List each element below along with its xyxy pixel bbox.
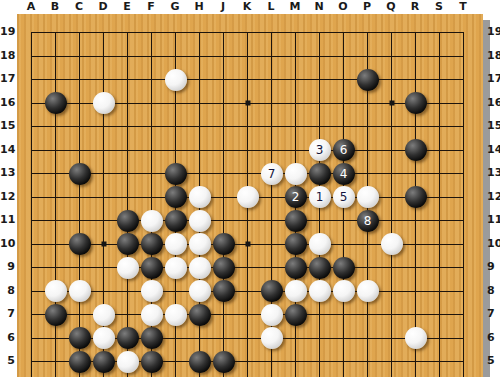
- stone-black-C5[interactable]: [69, 351, 91, 373]
- move-number: 1: [316, 191, 324, 203]
- row-label-right-6: 6: [487, 332, 500, 344]
- row-label-right-15: 15: [487, 120, 500, 132]
- row-label-left-15: 15: [0, 120, 15, 132]
- stone-black-B7[interactable]: [45, 304, 67, 326]
- stone-white-O8[interactable]: [333, 280, 355, 302]
- column-label-L: L: [267, 0, 274, 13]
- stone-white-F7[interactable]: [141, 304, 163, 326]
- grid-line-horizontal: [31, 173, 464, 174]
- row-label-right-5: 5: [487, 355, 500, 367]
- stone-black-R16[interactable]: [405, 92, 427, 114]
- stone-black-O9[interactable]: [333, 257, 355, 279]
- go-board[interactable]: 26487315: [17, 14, 483, 377]
- row-label-left-16: 16: [0, 97, 15, 109]
- stone-black-E6[interactable]: [117, 327, 139, 349]
- stone-white-G17[interactable]: [165, 69, 187, 91]
- row-label-right-12: 12: [487, 191, 500, 203]
- stone-black-J9[interactable]: [213, 257, 235, 279]
- column-label-D: D: [98, 0, 107, 13]
- stone-black-P17[interactable]: [357, 69, 379, 91]
- stone-black-N13[interactable]: [309, 163, 331, 185]
- grid-line-horizontal: [31, 126, 464, 127]
- move-number: 3: [316, 144, 324, 156]
- stone-black-F5[interactable]: [141, 351, 163, 373]
- stone-white-L7[interactable]: [261, 304, 283, 326]
- column-label-M: M: [290, 0, 301, 13]
- stone-white-H10[interactable]: [189, 233, 211, 255]
- grid-line-horizontal: [31, 267, 464, 268]
- row-label-left-19: 19: [0, 26, 15, 38]
- row-label-right-16: 16: [487, 97, 500, 109]
- stone-white-G9[interactable]: [165, 257, 187, 279]
- stone-black-E10[interactable]: [117, 233, 139, 255]
- move-number: 4: [340, 168, 348, 180]
- column-label-T: T: [459, 0, 467, 13]
- stone-white-L6[interactable]: [261, 327, 283, 349]
- row-label-left-6: 6: [0, 332, 15, 344]
- stone-black-F6[interactable]: [141, 327, 163, 349]
- row-label-right-10: 10: [487, 238, 500, 250]
- row-label-right-14: 14: [487, 144, 500, 156]
- row-label-left-5: 5: [0, 355, 15, 367]
- stone-white-N8[interactable]: [309, 280, 331, 302]
- stone-black-E11[interactable]: [117, 210, 139, 232]
- stone-black-M11[interactable]: [285, 210, 307, 232]
- grid-line-horizontal: [31, 79, 464, 80]
- row-label-right-9: 9: [487, 261, 500, 273]
- grid-line-vertical: [439, 32, 440, 377]
- column-label-B: B: [51, 0, 59, 13]
- stone-black-C10[interactable]: [69, 233, 91, 255]
- column-label-F: F: [147, 0, 155, 13]
- stone-white-K12[interactable]: [237, 186, 259, 208]
- grid-line-horizontal: [31, 56, 464, 57]
- grid-line-vertical: [463, 32, 464, 377]
- stone-white-G10[interactable]: [165, 233, 187, 255]
- stone-white-B8[interactable]: [45, 280, 67, 302]
- row-label-left-10: 10: [0, 238, 15, 250]
- stone-white-H12[interactable]: [189, 186, 211, 208]
- row-label-left-17: 17: [0, 73, 15, 85]
- column-label-E: E: [123, 0, 131, 13]
- stone-black-C6[interactable]: [69, 327, 91, 349]
- stone-white-E5[interactable]: [117, 351, 139, 373]
- row-label-right-7: 7: [487, 308, 500, 320]
- stone-white-H9[interactable]: [189, 257, 211, 279]
- move-number: 6: [340, 144, 348, 156]
- stone-black-M9[interactable]: [285, 257, 307, 279]
- stone-white-Q10[interactable]: [381, 233, 403, 255]
- stone-black-G13[interactable]: [165, 163, 187, 185]
- star-point: [389, 101, 394, 106]
- column-label-J: J: [221, 0, 225, 13]
- stone-white-M13[interactable]: [285, 163, 307, 185]
- stone-black-R14[interactable]: [405, 139, 427, 161]
- grid-line-vertical: [79, 32, 80, 377]
- row-label-right-13: 13: [487, 167, 500, 179]
- star-point: [101, 242, 106, 247]
- stone-white-N10[interactable]: [309, 233, 331, 255]
- stone-black-O13[interactable]: 4: [333, 163, 355, 185]
- column-label-P: P: [363, 0, 371, 13]
- grid-line-vertical: [127, 32, 128, 377]
- column-label-C: C: [75, 0, 83, 13]
- row-label-right-19: 19: [487, 26, 500, 38]
- move-number: 8: [364, 215, 372, 227]
- stone-white-F11[interactable]: [141, 210, 163, 232]
- star-point: [245, 242, 250, 247]
- row-label-left-13: 13: [0, 167, 15, 179]
- stone-black-M12[interactable]: 2: [285, 186, 307, 208]
- stone-white-H11[interactable]: [189, 210, 211, 232]
- move-number: 7: [268, 168, 276, 180]
- row-label-left-8: 8: [0, 285, 15, 297]
- column-label-O: O: [338, 0, 347, 13]
- column-label-K: K: [243, 0, 252, 13]
- stone-white-O12[interactable]: 5: [333, 186, 355, 208]
- stone-white-R6[interactable]: [405, 327, 427, 349]
- stone-black-L8[interactable]: [261, 280, 283, 302]
- stone-white-D7[interactable]: [93, 304, 115, 326]
- stone-black-M10[interactable]: [285, 233, 307, 255]
- column-label-S: S: [435, 0, 443, 13]
- grid-line-vertical: [391, 32, 392, 377]
- stone-black-G12[interactable]: [165, 186, 187, 208]
- column-label-N: N: [314, 0, 323, 13]
- stone-black-D5[interactable]: [93, 351, 115, 373]
- grid-line-vertical: [223, 32, 224, 377]
- grid-line-horizontal: [31, 220, 464, 221]
- stone-black-C13[interactable]: [69, 163, 91, 185]
- grid-line-vertical: [31, 32, 32, 377]
- stone-white-G7[interactable]: [165, 304, 187, 326]
- row-label-left-12: 12: [0, 191, 15, 203]
- row-label-left-11: 11: [0, 214, 15, 226]
- stone-white-N12[interactable]: 1: [309, 186, 331, 208]
- row-label-left-18: 18: [0, 50, 15, 62]
- stone-black-R12[interactable]: [405, 186, 427, 208]
- stone-black-H5[interactable]: [189, 351, 211, 373]
- grid-line-horizontal: [31, 291, 464, 292]
- stone-black-H7[interactable]: [189, 304, 211, 326]
- stone-white-E9[interactable]: [117, 257, 139, 279]
- stone-white-D6[interactable]: [93, 327, 115, 349]
- column-label-R: R: [411, 0, 419, 13]
- row-label-right-17: 17: [487, 73, 500, 85]
- stone-black-G11[interactable]: [165, 210, 187, 232]
- stone-black-P11[interactable]: 8: [357, 210, 379, 232]
- column-label-G: G: [170, 0, 179, 13]
- column-label-Q: Q: [386, 0, 395, 13]
- star-point: [245, 101, 250, 106]
- row-label-left-7: 7: [0, 308, 15, 320]
- stone-black-B16[interactable]: [45, 92, 67, 114]
- grid-line-horizontal: [31, 32, 464, 33]
- stone-white-F8[interactable]: [141, 280, 163, 302]
- row-label-left-14: 14: [0, 144, 15, 156]
- stone-white-L13[interactable]: 7: [261, 163, 283, 185]
- grid-line-horizontal: [31, 150, 464, 151]
- stone-black-J8[interactable]: [213, 280, 235, 302]
- stone-black-J10[interactable]: [213, 233, 235, 255]
- stone-white-H8[interactable]: [189, 280, 211, 302]
- stone-white-D16[interactable]: [93, 92, 115, 114]
- go-board-panel: 26487315 ABCDEFGHJKLMNOPQRST191918181717…: [0, 0, 500, 377]
- stone-white-P8[interactable]: [357, 280, 379, 302]
- stone-black-O14[interactable]: 6: [333, 139, 355, 161]
- stone-black-N9[interactable]: [309, 257, 331, 279]
- stone-white-C8[interactable]: [69, 280, 91, 302]
- row-label-left-9: 9: [0, 261, 15, 273]
- move-number: 2: [292, 191, 300, 203]
- column-label-A: A: [27, 0, 36, 13]
- stone-black-M7[interactable]: [285, 304, 307, 326]
- stone-white-N14[interactable]: 3: [309, 139, 331, 161]
- stone-black-J5[interactable]: [213, 351, 235, 373]
- move-number: 5: [340, 191, 348, 203]
- row-label-right-8: 8: [487, 285, 500, 297]
- column-label-H: H: [194, 0, 203, 13]
- stone-white-M8[interactable]: [285, 280, 307, 302]
- stone-black-F10[interactable]: [141, 233, 163, 255]
- stone-black-F9[interactable]: [141, 257, 163, 279]
- row-label-right-11: 11: [487, 214, 500, 226]
- stone-white-P12[interactable]: [357, 186, 379, 208]
- row-label-right-18: 18: [487, 50, 500, 62]
